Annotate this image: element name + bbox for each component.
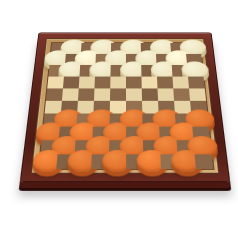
- square[interactable]: [157, 77, 173, 89]
- square[interactable]: [47, 77, 64, 89]
- board-margin: [31, 38, 220, 173]
- square[interactable]: [143, 154, 161, 169]
- square[interactable]: [109, 154, 126, 169]
- square[interactable]: [178, 154, 196, 169]
- square[interactable]: [110, 77, 126, 89]
- square[interactable]: [195, 154, 214, 169]
- square[interactable]: [64, 65, 80, 77]
- square[interactable]: [126, 88, 142, 100]
- square[interactable]: [126, 65, 142, 77]
- square[interactable]: [188, 77, 205, 89]
- square[interactable]: [46, 88, 63, 100]
- square[interactable]: [142, 88, 158, 100]
- square[interactable]: [79, 77, 95, 89]
- board-grid: [39, 43, 214, 169]
- square[interactable]: [173, 88, 190, 100]
- photo-background: [0, 0, 238, 238]
- square[interactable]: [126, 77, 142, 89]
- square[interactable]: [157, 88, 174, 100]
- square[interactable]: [63, 77, 79, 89]
- checkers-board: [20, 32, 231, 182]
- square[interactable]: [95, 65, 111, 77]
- square[interactable]: [172, 77, 189, 89]
- square[interactable]: [74, 154, 92, 169]
- square[interactable]: [78, 88, 95, 100]
- square[interactable]: [62, 88, 79, 100]
- square[interactable]: [94, 77, 110, 89]
- square[interactable]: [39, 154, 58, 169]
- square[interactable]: [187, 65, 203, 77]
- square[interactable]: [94, 88, 110, 100]
- square[interactable]: [189, 88, 206, 100]
- square[interactable]: [141, 77, 157, 89]
- square[interactable]: [156, 65, 172, 77]
- square[interactable]: [110, 88, 126, 100]
